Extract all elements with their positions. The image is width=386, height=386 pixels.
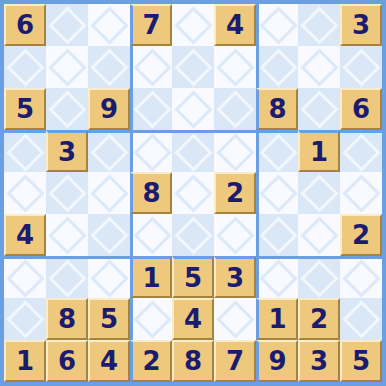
diamond-pattern: [90, 6, 128, 44]
cell-r2c9[interactable]: [340, 46, 382, 88]
cell-r3c2[interactable]: [46, 88, 88, 130]
diamond-pattern: [6, 133, 44, 171]
diamond-pattern: [216, 48, 254, 86]
diamond-pattern: [48, 90, 86, 128]
cell-r4c6[interactable]: [214, 130, 256, 172]
cell-r7c1[interactable]: [4, 256, 46, 298]
cell-r7c4: 1: [130, 256, 172, 298]
cell-r2c8[interactable]: [298, 46, 340, 88]
cell-r9c6: 7: [214, 340, 256, 382]
cell-r6c8[interactable]: [298, 214, 340, 256]
cell-r3c3: 9: [88, 88, 130, 130]
diamond-pattern: [342, 259, 380, 297]
cell-r1c3[interactable]: [88, 4, 130, 46]
cell-r1c1: 6: [4, 4, 46, 46]
diamond-pattern: [259, 133, 297, 171]
diamond-pattern: [48, 174, 86, 212]
cell-r2c2[interactable]: [46, 46, 88, 88]
diamond-pattern: [133, 300, 171, 338]
cell-r2c6[interactable]: [214, 46, 256, 88]
diamond-pattern: [342, 300, 380, 338]
diamond-pattern: [216, 133, 254, 171]
diamond-pattern: [342, 174, 380, 212]
cell-r1c6: 4: [214, 4, 256, 46]
diamond-pattern: [133, 133, 171, 171]
diamond-pattern: [90, 133, 128, 171]
diamond-pattern: [90, 216, 128, 254]
cell-r2c7[interactable]: [256, 46, 298, 88]
diamond-pattern: [216, 90, 254, 128]
cell-r4c7[interactable]: [256, 130, 298, 172]
cell-r7c9[interactable]: [340, 256, 382, 298]
cell-r3c7: 8: [256, 88, 298, 130]
cell-r3c9: 6: [340, 88, 382, 130]
cell-r8c2: 8: [46, 298, 88, 340]
diamond-pattern: [300, 174, 338, 212]
diamond-pattern: [259, 174, 297, 212]
cell-r5c6: 2: [214, 172, 256, 214]
diamond-pattern: [48, 6, 86, 44]
cell-r8c8: 2: [298, 298, 340, 340]
cell-r7c8[interactable]: [298, 256, 340, 298]
cell-r1c5[interactable]: [172, 4, 214, 46]
cell-r8c4[interactable]: [130, 298, 172, 340]
cell-r9c5: 8: [172, 340, 214, 382]
diamond-pattern: [342, 48, 380, 86]
cell-r8c7: 1: [256, 298, 298, 340]
cell-r4c3[interactable]: [88, 130, 130, 172]
cell-r1c4: 7: [130, 4, 172, 46]
cell-r9c2: 6: [46, 340, 88, 382]
sudoku-board: 6743598631824215385412164287935: [0, 0, 386, 386]
cell-r4c4[interactable]: [130, 130, 172, 172]
cell-r5c3[interactable]: [88, 172, 130, 214]
cell-r6c1: 4: [4, 214, 46, 256]
cell-r5c8[interactable]: [298, 172, 340, 214]
diamond-pattern: [133, 90, 171, 128]
cell-r9c9: 5: [340, 340, 382, 382]
diamond-pattern: [300, 48, 338, 86]
cell-r1c7[interactable]: [256, 4, 298, 46]
cell-r2c5[interactable]: [172, 46, 214, 88]
diamond-pattern: [6, 300, 44, 338]
cell-r6c6[interactable]: [214, 214, 256, 256]
diamond-pattern: [342, 133, 380, 171]
cell-r7c7[interactable]: [256, 256, 298, 298]
diamond-pattern: [6, 174, 44, 212]
diamond-pattern: [216, 300, 254, 338]
cell-r4c5[interactable]: [172, 130, 214, 172]
diamond-pattern: [300, 90, 338, 128]
cell-r6c7[interactable]: [256, 214, 298, 256]
diamond-pattern: [6, 48, 44, 86]
diamond-pattern: [48, 216, 86, 254]
cell-r1c8[interactable]: [298, 4, 340, 46]
cell-r9c7: 9: [256, 340, 298, 382]
diamond-pattern: [48, 259, 86, 297]
cell-r3c4[interactable]: [130, 88, 172, 130]
cell-r6c2[interactable]: [46, 214, 88, 256]
diamond-pattern: [174, 90, 212, 128]
cell-r2c1[interactable]: [4, 46, 46, 88]
diamond-pattern: [6, 259, 44, 297]
cell-r8c1[interactable]: [4, 298, 46, 340]
cell-r4c1[interactable]: [4, 130, 46, 172]
cell-r3c8[interactable]: [298, 88, 340, 130]
diamond-pattern: [90, 48, 128, 86]
cell-r9c3: 4: [88, 340, 130, 382]
diamond-pattern: [259, 6, 297, 44]
cell-r5c2[interactable]: [46, 172, 88, 214]
diamond-pattern: [216, 216, 254, 254]
cell-r5c5[interactable]: [172, 172, 214, 214]
cell-r3c1: 5: [4, 88, 46, 130]
cell-r2c4[interactable]: [130, 46, 172, 88]
cell-r2c3[interactable]: [88, 46, 130, 88]
diamond-pattern: [300, 259, 338, 297]
cell-r5c1[interactable]: [4, 172, 46, 214]
cell-r4c8: 1: [298, 130, 340, 172]
diamond-pattern: [174, 48, 212, 86]
diamond-pattern: [174, 6, 212, 44]
cell-r6c4[interactable]: [130, 214, 172, 256]
cell-r8c3: 5: [88, 298, 130, 340]
diamond-pattern: [259, 216, 297, 254]
cell-r5c4: 8: [130, 172, 172, 214]
diamond-pattern: [259, 259, 297, 297]
diamond-pattern: [300, 216, 338, 254]
diamond-pattern: [90, 174, 128, 212]
diamond-pattern: [259, 48, 297, 86]
cell-r6c3[interactable]: [88, 214, 130, 256]
cell-r7c2[interactable]: [46, 256, 88, 298]
cell-r3c5[interactable]: [172, 88, 214, 130]
cell-r6c9: 2: [340, 214, 382, 256]
cell-r7c6: 3: [214, 256, 256, 298]
cell-r7c5: 5: [172, 256, 214, 298]
cell-r9c1: 1: [4, 340, 46, 382]
cell-r5c7[interactable]: [256, 172, 298, 214]
cell-r3c6[interactable]: [214, 88, 256, 130]
diamond-pattern: [133, 216, 171, 254]
cell-r8c5: 4: [172, 298, 214, 340]
cell-r4c2: 3: [46, 130, 88, 172]
diamond-pattern: [48, 48, 86, 86]
cell-r9c4: 2: [130, 340, 172, 382]
cell-r1c9: 3: [340, 4, 382, 46]
diamond-pattern: [174, 133, 212, 171]
cell-r6c5[interactable]: [172, 214, 214, 256]
cell-r7c3[interactable]: [88, 256, 130, 298]
cell-r1c2[interactable]: [46, 4, 88, 46]
cell-r8c6[interactable]: [214, 298, 256, 340]
diamond-pattern: [133, 48, 171, 86]
cell-r9c8: 3: [298, 340, 340, 382]
diamond-pattern: [174, 174, 212, 212]
cell-r4c9[interactable]: [340, 130, 382, 172]
diamond-pattern: [90, 259, 128, 297]
diamond-pattern: [300, 6, 338, 44]
diamond-pattern: [174, 216, 212, 254]
cell-r8c9[interactable]: [340, 298, 382, 340]
cell-r5c9[interactable]: [340, 172, 382, 214]
